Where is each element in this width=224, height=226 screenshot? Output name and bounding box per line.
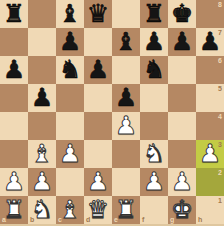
square-g6[interactable]	[168, 56, 196, 84]
coord-rank-4: 4	[218, 113, 222, 120]
square-d1[interactable]: ♛d	[84, 196, 112, 224]
square-g2[interactable]: ♟	[168, 168, 196, 196]
square-e3[interactable]	[112, 140, 140, 168]
coord-rank-2: 2	[218, 169, 222, 176]
piece-black-pawn[interactable]: ♟	[171, 28, 193, 56]
piece-black-king[interactable]: ♚	[171, 0, 193, 28]
square-d5[interactable]	[84, 84, 112, 112]
square-a2[interactable]: ♟	[0, 168, 28, 196]
page: { "game": "chess", "position": "r1bq1rk1…	[0, 0, 224, 226]
square-h7[interactable]: ♟7	[196, 28, 224, 56]
piece-black-knight[interactable]: ♞	[143, 56, 165, 84]
piece-white-king[interactable]: ♚	[171, 196, 193, 224]
piece-black-knight[interactable]: ♞	[59, 56, 81, 84]
chess-board: ♜♝♛♜♚8♟♝♟♟♟7♟♞♟♞6♟♟5♟4♝♟♞♟3♟♟♟♟♟2♜a♞b♝c♛…	[0, 0, 224, 224]
square-g8[interactable]: ♚	[168, 0, 196, 28]
square-d3[interactable]	[84, 140, 112, 168]
square-g1[interactable]: ♚g	[168, 196, 196, 224]
square-e2[interactable]	[112, 168, 140, 196]
square-b7[interactable]	[28, 28, 56, 56]
square-b1[interactable]: ♞b	[28, 196, 56, 224]
square-a3[interactable]	[0, 140, 28, 168]
square-f2[interactable]: ♟	[140, 168, 168, 196]
square-h6[interactable]: 6	[196, 56, 224, 84]
square-b4[interactable]	[28, 112, 56, 140]
square-d4[interactable]	[84, 112, 112, 140]
square-e7[interactable]: ♝	[112, 28, 140, 56]
piece-black-rook[interactable]: ♜	[3, 0, 25, 28]
square-b2[interactable]: ♟	[28, 168, 56, 196]
piece-white-rook[interactable]: ♜	[3, 196, 25, 224]
piece-white-queen[interactable]: ♛	[87, 196, 109, 224]
square-f3[interactable]: ♞	[140, 140, 168, 168]
square-d7[interactable]	[84, 28, 112, 56]
piece-white-pawn[interactable]: ♟	[59, 140, 81, 168]
square-f5[interactable]	[140, 84, 168, 112]
square-e1[interactable]: ♜e	[112, 196, 140, 224]
square-f6[interactable]: ♞	[140, 56, 168, 84]
coord-rank-6: 6	[218, 57, 222, 64]
square-a1[interactable]: ♜a	[0, 196, 28, 224]
coord-rank-8: 8	[218, 1, 222, 8]
square-e8[interactable]	[112, 0, 140, 28]
piece-white-knight[interactable]: ♞	[31, 196, 53, 224]
coord-file-h: h	[198, 216, 202, 223]
square-b8[interactable]	[28, 0, 56, 28]
square-e6[interactable]	[112, 56, 140, 84]
square-c4[interactable]	[56, 112, 84, 140]
square-f4[interactable]	[140, 112, 168, 140]
square-h4[interactable]: 4	[196, 112, 224, 140]
square-c3[interactable]: ♟	[56, 140, 84, 168]
page-background-strip	[0, 224, 224, 226]
piece-white-rook[interactable]: ♜	[115, 196, 137, 224]
piece-white-pawn[interactable]: ♟	[31, 168, 53, 196]
square-g5[interactable]	[168, 84, 196, 112]
piece-white-pawn[interactable]: ♟	[143, 168, 165, 196]
piece-black-rook[interactable]: ♜	[143, 0, 165, 28]
piece-white-bishop[interactable]: ♝	[59, 196, 81, 224]
square-a4[interactable]	[0, 112, 28, 140]
piece-white-pawn[interactable]: ♟	[115, 112, 137, 140]
piece-black-bishop[interactable]: ♝	[59, 0, 81, 28]
square-a6[interactable]: ♟	[0, 56, 28, 84]
square-a7[interactable]	[0, 28, 28, 56]
square-h2[interactable]: 2	[196, 168, 224, 196]
coord-rank-1: 1	[218, 197, 222, 204]
square-h1[interactable]: 1h	[196, 196, 224, 224]
square-c8[interactable]: ♝	[56, 0, 84, 28]
square-c5[interactable]	[56, 84, 84, 112]
piece-black-pawn[interactable]: ♟	[31, 84, 53, 112]
piece-black-pawn[interactable]: ♟	[87, 56, 109, 84]
piece-white-bishop[interactable]: ♝	[31, 140, 53, 168]
square-e4[interactable]: ♟	[112, 112, 140, 140]
square-c7[interactable]: ♟	[56, 28, 84, 56]
piece-black-queen[interactable]: ♛	[87, 0, 109, 28]
square-b3[interactable]: ♝	[28, 140, 56, 168]
square-h3[interactable]: ♟3	[196, 140, 224, 168]
square-c1[interactable]: ♝c	[56, 196, 84, 224]
square-f7[interactable]: ♟	[140, 28, 168, 56]
square-d2[interactable]: ♟	[84, 168, 112, 196]
square-f8[interactable]: ♜	[140, 0, 168, 28]
square-c6[interactable]: ♞	[56, 56, 84, 84]
piece-black-pawn[interactable]: ♟	[59, 28, 81, 56]
piece-black-pawn[interactable]: ♟	[3, 56, 25, 84]
piece-white-pawn[interactable]: ♟	[3, 168, 25, 196]
square-d8[interactable]: ♛	[84, 0, 112, 28]
square-c2[interactable]	[56, 168, 84, 196]
piece-black-pawn[interactable]: ♟	[115, 84, 137, 112]
square-a5[interactable]	[0, 84, 28, 112]
piece-black-pawn[interactable]: ♟	[143, 28, 165, 56]
square-g7[interactable]: ♟	[168, 28, 196, 56]
square-h5[interactable]: 5	[196, 84, 224, 112]
coord-file-f: f	[142, 216, 144, 223]
square-h8[interactable]: 8	[196, 0, 224, 28]
square-d6[interactable]: ♟	[84, 56, 112, 84]
piece-white-pawn[interactable]: ♟	[199, 140, 221, 168]
square-b6[interactable]	[28, 56, 56, 84]
piece-white-knight[interactable]: ♞	[143, 140, 165, 168]
piece-white-pawn[interactable]: ♟	[171, 168, 193, 196]
coord-rank-5: 5	[218, 85, 222, 92]
square-f1[interactable]: f	[140, 196, 168, 224]
piece-black-bishop[interactable]: ♝	[115, 28, 137, 56]
square-g4[interactable]	[168, 112, 196, 140]
square-e5[interactable]: ♟	[112, 84, 140, 112]
square-a8[interactable]: ♜	[0, 0, 28, 28]
square-g3[interactable]	[168, 140, 196, 168]
piece-white-pawn[interactable]: ♟	[87, 168, 109, 196]
piece-black-pawn[interactable]: ♟	[199, 28, 221, 56]
square-b5[interactable]: ♟	[28, 84, 56, 112]
